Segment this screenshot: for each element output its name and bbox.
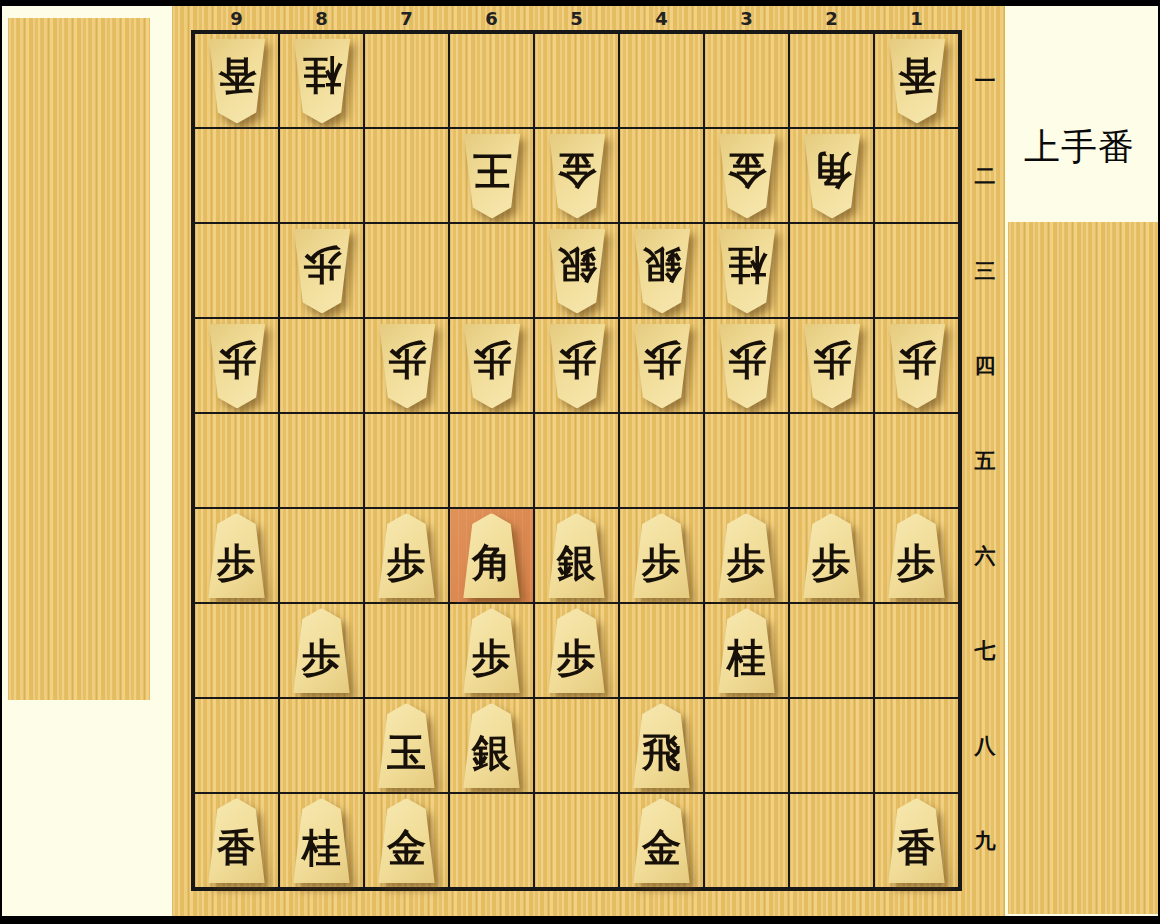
piece-kanji: 桂 [727,245,766,284]
piece-kanji: 銀 [557,245,596,284]
board-cell-76[interactable]: 歩 [365,509,448,602]
board-cell-77[interactable] [365,604,448,697]
piece-body: 香 [885,798,949,883]
board-cell-62[interactable]: 王 [450,129,533,222]
file-label: 9 [195,7,278,29]
piece-body: 銀 [545,513,609,598]
piece-body: 歩 [375,323,439,408]
rank-label: 二 [970,129,1000,222]
board-cell-99[interactable]: 香 [195,794,278,887]
shogi-piece-角-22[interactable]: 角 [800,133,864,218]
board-cell-38[interactable] [705,699,788,792]
rank-label: 一 [970,34,1000,127]
board-cell-86[interactable] [280,509,363,602]
piece-kanji: 角 [812,150,851,189]
piece-kanji: 歩 [557,637,596,676]
board-cell-97[interactable] [195,604,278,697]
board-cell-85[interactable] [280,414,363,507]
piece-body: 歩 [885,513,949,598]
board-cell-39[interactable] [705,794,788,887]
piece-body: 玉 [375,703,439,788]
piece-kanji: 香 [217,827,256,866]
piece-body: 銀 [460,703,524,788]
rank-label: 三 [970,224,1000,317]
piece-kanji: 王 [472,150,511,189]
board-cell-56[interactable]: 銀 [535,509,618,602]
shogi-piece-香-19[interactable]: 香 [885,798,949,883]
piece-body: 歩 [800,323,864,408]
board-cell-35[interactable] [705,414,788,507]
file-label: 7 [365,7,448,29]
shogi-piece-歩-57[interactable]: 歩 [545,608,609,693]
piece-body: 歩 [630,513,694,598]
board-cell-74[interactable]: 歩 [365,319,448,412]
piece-kanji: 歩 [472,637,511,676]
rank-label: 七 [970,604,1000,697]
piece-body: 桂 [715,228,779,313]
board-cell-51[interactable] [535,34,618,127]
piece-stand-right[interactable] [1008,222,1158,914]
piece-kanji: 歩 [897,340,936,379]
shogi-piece-金-49[interactable]: 金 [630,798,694,883]
board-cell-12[interactable] [875,129,958,222]
board-cell-93[interactable] [195,224,278,317]
file-label: 3 [705,7,788,29]
rank-label: 五 [970,414,1000,507]
piece-kanji: 歩 [302,245,341,284]
board-cell-47[interactable] [620,604,703,697]
board-cell-32[interactable]: 金 [705,129,788,222]
piece-kanji: 歩 [472,340,511,379]
shogi-piece-歩-83[interactable]: 歩 [290,228,354,313]
board-cell-61[interactable] [450,34,533,127]
shogi-piece-歩-87[interactable]: 歩 [290,608,354,693]
board-cell-82[interactable] [280,129,363,222]
board-cell-54[interactable]: 歩 [535,319,618,412]
piece-body: 王 [460,133,524,218]
piece-kanji: 歩 [642,542,681,581]
board-cell-96[interactable]: 歩 [195,509,278,602]
board-cell-91[interactable]: 香 [195,34,278,127]
board-cell-36[interactable]: 歩 [705,509,788,602]
piece-body: 歩 [630,323,694,408]
rank-labels: 一二三四五六七八九 [970,30,1000,891]
piece-body: 角 [460,513,524,598]
piece-kanji: 歩 [217,542,256,581]
piece-kanji: 桂 [302,55,341,94]
board-cell-95[interactable] [195,414,278,507]
board-cell-64[interactable]: 歩 [450,319,533,412]
board-cell-29[interactable] [790,794,873,887]
rank-label: 六 [970,509,1000,602]
shogi-piece-香-99[interactable]: 香 [205,798,269,883]
piece-body: 歩 [800,513,864,598]
piece-body: 歩 [290,608,354,693]
shogi-piece-桂-37[interactable]: 桂 [715,608,779,693]
piece-body: 歩 [460,608,524,693]
board-cell-52[interactable]: 金 [535,129,618,222]
piece-body: 歩 [715,323,779,408]
shogi-piece-銀-53[interactable]: 銀 [545,228,609,313]
board-cell-46[interactable]: 歩 [620,509,703,602]
board-cell-21[interactable] [790,34,873,127]
board-cell-11[interactable]: 香 [875,34,958,127]
board-cell-84[interactable] [280,319,363,412]
shogi-piece-歩-67[interactable]: 歩 [460,608,524,693]
shogi-grid: 香桂香王金金角歩銀銀桂歩歩歩歩歩歩歩歩歩歩角銀歩歩歩歩歩歩歩桂玉銀飛香桂金金香 [191,30,962,891]
shogi-piece-桂-33[interactable]: 桂 [715,228,779,313]
board-cell-53[interactable]: 銀 [535,224,618,317]
file-label: 6 [450,7,533,29]
board-cell-34[interactable]: 歩 [705,319,788,412]
board-cell-69[interactable] [450,794,533,887]
board-cell-73[interactable] [365,224,448,317]
turn-indicator: 上手番 [1024,123,1158,172]
shogi-piece-金-79[interactable]: 金 [375,798,439,883]
piece-kanji: 金 [642,827,681,866]
piece-kanji: 歩 [812,542,851,581]
piece-body: 歩 [545,608,609,693]
board-cell-45[interactable] [620,414,703,507]
piece-kanji: 歩 [302,637,341,676]
board-cell-27[interactable] [790,604,873,697]
piece-body: 歩 [885,323,949,408]
piece-kanji: 歩 [727,340,766,379]
board-cell-81[interactable]: 桂 [280,34,363,127]
piece-body: 香 [205,38,269,123]
piece-kanji: 歩 [557,340,596,379]
shogi-piece-歩-64[interactable]: 歩 [460,323,524,408]
piece-kanji: 飛 [642,732,681,771]
shogi-piece-金-52[interactable]: 金 [545,133,609,218]
piece-body: 飛 [630,703,694,788]
board-cell-72[interactable] [365,129,448,222]
shogi-piece-桂-81[interactable]: 桂 [290,38,354,123]
shogi-piece-角-66[interactable]: 角 [460,513,524,598]
file-label: 1 [875,7,958,29]
shogi-piece-歩-24[interactable]: 歩 [800,323,864,408]
board-cell-98[interactable] [195,699,278,792]
board-cell-28[interactable] [790,699,873,792]
shogi-piece-香-91[interactable]: 香 [205,38,269,123]
board-cell-94[interactable]: 歩 [195,319,278,412]
board-cell-18[interactable] [875,699,958,792]
board-cell-19[interactable]: 香 [875,794,958,887]
board-cell-26[interactable]: 歩 [790,509,873,602]
rank-label: 八 [970,699,1000,792]
board-cell-44[interactable]: 歩 [620,319,703,412]
board-cell-16[interactable]: 歩 [875,509,958,602]
piece-body: 金 [375,798,439,883]
file-labels: 987654321 [191,7,962,29]
shogi-piece-銀-68[interactable]: 銀 [460,703,524,788]
board-cell-83[interactable]: 歩 [280,224,363,317]
board-cell-23[interactable] [790,224,873,317]
board-cell-79[interactable]: 金 [365,794,448,887]
board-cell-49[interactable]: 金 [620,794,703,887]
board-cell-31[interactable] [705,34,788,127]
file-label: 4 [620,7,703,29]
shogi-piece-銀-43[interactable]: 銀 [630,228,694,313]
board-cell-24[interactable]: 歩 [790,319,873,412]
shogi-piece-桂-89[interactable]: 桂 [290,798,354,883]
file-label: 2 [790,7,873,29]
piece-kanji: 銀 [472,732,511,771]
piece-body: 歩 [715,513,779,598]
board-cell-66[interactable]: 角 [450,509,533,602]
piece-body: 歩 [205,323,269,408]
board-cell-68[interactable]: 銀 [450,699,533,792]
piece-kanji: 金 [727,150,766,189]
shogi-piece-歩-44[interactable]: 歩 [630,323,694,408]
shogi-app-window: 987654321 一二三四五六七八九 香桂香王金金角歩銀銀桂歩歩歩歩歩歩歩歩歩… [0,0,1160,924]
piece-body: 桂 [290,798,354,883]
board-cell-55[interactable] [535,414,618,507]
piece-body: 香 [205,798,269,883]
piece-kanji: 銀 [557,542,596,581]
piece-kanji: 桂 [727,637,766,676]
piece-kanji: 金 [387,827,426,866]
board-cell-88[interactable] [280,699,363,792]
piece-kanji: 歩 [217,340,256,379]
file-label: 8 [280,7,363,29]
piece-kanji: 歩 [727,542,766,581]
file-label: 5 [535,7,618,29]
board-cell-17[interactable] [875,604,958,697]
board-cell-67[interactable]: 歩 [450,604,533,697]
rank-label: 九 [970,794,1000,887]
shogi-piece-王-62[interactable]: 王 [460,133,524,218]
shogi-piece-歩-76[interactable]: 歩 [375,513,439,598]
shogi-piece-歩-14[interactable]: 歩 [885,323,949,408]
piece-body: 銀 [630,228,694,313]
board-cell-59[interactable] [535,794,618,887]
piece-kanji: 桂 [302,827,341,866]
piece-kanji: 歩 [812,340,851,379]
piece-kanji: 歩 [897,542,936,581]
piece-body: 金 [630,798,694,883]
piece-body: 金 [715,133,779,218]
piece-stand-left[interactable] [8,18,150,700]
piece-body: 歩 [375,513,439,598]
shogi-piece-歩-96[interactable]: 歩 [205,513,269,598]
shogi-piece-歩-54[interactable]: 歩 [545,323,609,408]
piece-kanji: 香 [897,827,936,866]
shogi-piece-歩-46[interactable]: 歩 [630,513,694,598]
board-cell-89[interactable]: 桂 [280,794,363,887]
board-cell-41[interactable] [620,34,703,127]
board-cell-57[interactable]: 歩 [535,604,618,697]
board-cell-71[interactable] [365,34,448,127]
board-cell-63[interactable] [450,224,533,317]
piece-body: 角 [800,133,864,218]
board-cell-78[interactable]: 玉 [365,699,448,792]
piece-kanji: 香 [217,55,256,94]
piece-kanji: 香 [897,55,936,94]
piece-body: 歩 [290,228,354,313]
shogi-piece-歩-74[interactable]: 歩 [375,323,439,408]
shogi-piece-歩-34[interactable]: 歩 [715,323,779,408]
piece-body: 香 [885,38,949,123]
piece-body: 歩 [545,323,609,408]
shogi-piece-香-11[interactable]: 香 [885,38,949,123]
shogi-piece-歩-36[interactable]: 歩 [715,513,779,598]
shogi-board: 987654321 一二三四五六七八九 香桂香王金金角歩銀銀桂歩歩歩歩歩歩歩歩歩… [172,6,1005,916]
piece-kanji: 歩 [642,340,681,379]
shogi-piece-銀-56[interactable]: 銀 [545,513,609,598]
piece-body: 桂 [715,608,779,693]
board-cell-42[interactable] [620,129,703,222]
board-cell-87[interactable]: 歩 [280,604,363,697]
piece-body: 金 [545,133,609,218]
page-background: 987654321 一二三四五六七八九 香桂香王金金角歩銀銀桂歩歩歩歩歩歩歩歩歩… [2,6,1158,916]
board-cell-14[interactable]: 歩 [875,319,958,412]
shogi-piece-歩-26[interactable]: 歩 [800,513,864,598]
piece-kanji: 歩 [387,542,426,581]
board-cell-43[interactable]: 銀 [620,224,703,317]
piece-kanji: 銀 [642,245,681,284]
board-cell-65[interactable] [450,414,533,507]
piece-body: 銀 [545,228,609,313]
piece-body: 歩 [460,323,524,408]
board-cell-15[interactable] [875,414,958,507]
shogi-piece-飛-48[interactable]: 飛 [630,703,694,788]
piece-body: 歩 [205,513,269,598]
piece-kanji: 金 [557,150,596,189]
rank-label: 四 [970,319,1000,412]
shogi-piece-金-32[interactable]: 金 [715,133,779,218]
board-cell-25[interactable] [790,414,873,507]
board-cell-37[interactable]: 桂 [705,604,788,697]
shogi-piece-歩-16[interactable]: 歩 [885,513,949,598]
shogi-piece-歩-94[interactable]: 歩 [205,323,269,408]
board-cell-92[interactable] [195,129,278,222]
piece-kanji: 玉 [387,732,426,771]
board-cell-13[interactable] [875,224,958,317]
board-cell-22[interactable]: 角 [790,129,873,222]
piece-body: 桂 [290,38,354,123]
board-cell-75[interactable] [365,414,448,507]
board-cell-58[interactable] [535,699,618,792]
board-cell-33[interactable]: 桂 [705,224,788,317]
shogi-piece-玉-78[interactable]: 玉 [375,703,439,788]
piece-kanji: 角 [472,542,511,581]
board-cell-48[interactable]: 飛 [620,699,703,792]
piece-kanji: 歩 [387,340,426,379]
